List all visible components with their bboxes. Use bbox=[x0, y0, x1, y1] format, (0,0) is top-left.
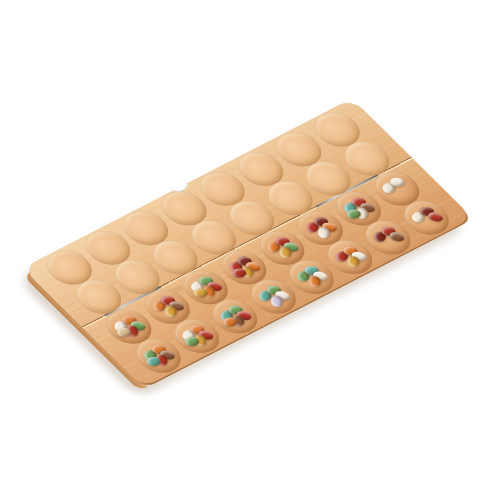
product-photo-background bbox=[0, 0, 500, 500]
stone-red-jasper bbox=[427, 211, 443, 223]
stone-brown-agate bbox=[389, 231, 405, 243]
